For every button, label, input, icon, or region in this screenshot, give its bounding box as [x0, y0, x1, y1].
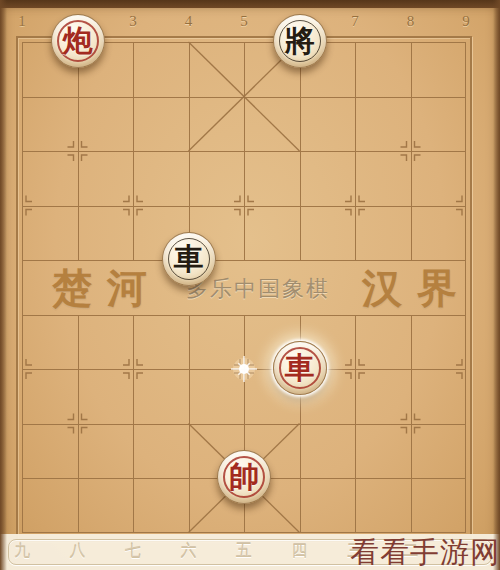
file-label-bottom: 九 [8, 541, 36, 561]
board-cell [133, 97, 189, 152]
file-label-bottom: 七 [119, 541, 147, 561]
board-cell [244, 206, 300, 261]
frame-edge-top [0, 0, 500, 8]
board-cell [78, 151, 134, 206]
black-general[interactable]: 將 [273, 14, 327, 68]
board-cell [300, 151, 356, 206]
file-label-top: 9 [452, 11, 480, 31]
board-cell [22, 424, 78, 479]
file-label-top: 7 [341, 11, 369, 31]
board-cell [300, 206, 356, 261]
board-cell [355, 151, 411, 206]
board-cell [133, 315, 189, 370]
board-cell [411, 424, 467, 479]
board-cell [300, 97, 356, 152]
frame-edge-left [0, 0, 7, 570]
piece-glyph: 炮 [63, 26, 93, 56]
board-cell [355, 478, 411, 533]
board-cell [355, 315, 411, 370]
file-label-bottom: 五 [230, 541, 258, 561]
board-cell [189, 97, 245, 152]
board-cell [22, 206, 78, 261]
frame-edge-right [493, 0, 500, 570]
site-watermark: 看看手游网 [350, 536, 500, 568]
board-cell [133, 42, 189, 97]
black-chariot[interactable]: 車 [162, 232, 216, 286]
board-cell [22, 369, 78, 424]
board-cell [78, 369, 134, 424]
red-cannon[interactable]: 炮 [51, 14, 105, 68]
board-cell [300, 478, 356, 533]
board-cell [133, 369, 189, 424]
file-label-top: 4 [175, 11, 203, 31]
board-cell [411, 206, 467, 261]
board-cell [22, 151, 78, 206]
file-label-bottom: 六 [175, 541, 203, 561]
board-cell [78, 315, 134, 370]
board-cell [78, 97, 134, 152]
board-cell [411, 315, 467, 370]
board-cell [133, 151, 189, 206]
board-cell [22, 315, 78, 370]
board-cell [189, 42, 245, 97]
board-cell [78, 206, 134, 261]
board-cell [244, 151, 300, 206]
board-cell [355, 97, 411, 152]
piece-glyph: 車 [174, 244, 204, 274]
red-chariot[interactable]: 車 [273, 341, 327, 395]
file-label-top: 8 [397, 11, 425, 31]
board-cell [411, 97, 467, 152]
board-cell [133, 424, 189, 479]
file-label-bottom: 四 [286, 541, 314, 561]
board-cell [189, 369, 245, 424]
piece-glyph: 車 [285, 353, 315, 383]
board-cell [355, 424, 411, 479]
board-cell [411, 42, 467, 97]
xiangqi-board: 123456789 楚河 汉界 多乐中国象棋 炮將車車帥 九八七六五四三二一 看… [0, 0, 500, 570]
board-cell [22, 97, 78, 152]
river-label-chu-he: 楚河 [52, 263, 162, 315]
red-general[interactable]: 帥 [217, 450, 271, 504]
file-label-bottom: 八 [64, 541, 92, 561]
board-cell [189, 151, 245, 206]
board-cell [189, 315, 245, 370]
board-cell [411, 369, 467, 424]
board-cell [300, 424, 356, 479]
file-label-top: 1 [8, 11, 36, 31]
file-label-top: 3 [119, 11, 147, 31]
file-label-top: 5 [230, 11, 258, 31]
board-cell [22, 478, 78, 533]
board-cell [244, 97, 300, 152]
board-cell [355, 206, 411, 261]
board-cell [355, 42, 411, 97]
piece-glyph: 將 [285, 26, 315, 56]
board-cell [355, 369, 411, 424]
piece-glyph: 帥 [229, 462, 259, 492]
river-label-han-jie: 汉界 [362, 263, 472, 315]
board-cell [411, 151, 467, 206]
board-cell [411, 478, 467, 533]
board-cell [133, 478, 189, 533]
board-cell [78, 478, 134, 533]
board-cell [78, 424, 134, 479]
